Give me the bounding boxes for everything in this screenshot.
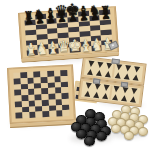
backgammon-point — [130, 96, 137, 103]
chess-piece-black-pawn: ♟ — [101, 10, 111, 21]
chess-piece-white-rook: ♜ — [26, 46, 37, 58]
checker-piece-white — [138, 127, 148, 136]
chess-piece-black-pawn: ♟ — [79, 12, 89, 23]
chess-piece-black-pawn: ♟ — [68, 13, 78, 24]
backgammon-point — [133, 66, 140, 73]
chess-piece-black-pawn: ♟ — [46, 14, 56, 25]
backgammon-point — [124, 65, 131, 72]
backgammon-point — [131, 88, 138, 95]
backgammon-point — [87, 69, 94, 76]
hinge-icon — [93, 78, 101, 84]
chess-piece-black-pawn: ♟ — [90, 11, 100, 22]
backgammon-point — [84, 90, 91, 97]
backgammon-point — [96, 70, 103, 77]
backgammon-point — [132, 74, 139, 81]
backgammon-point — [94, 84, 101, 91]
backgammon-point — [114, 72, 121, 79]
chess-piece-white-knight: ♞ — [91, 39, 104, 53]
backgammon-point — [112, 94, 119, 101]
chess-board: ♜♞♝♛♚♝♞♜♟♟♟♟♟♟♟♟♟♟♟♟♟♟♟♟♜♞♝♛♚♝♞♜ — [18, 6, 120, 73]
chess-piece-black-pawn: ♟ — [57, 13, 67, 24]
chess-piece-black-pawn: ♟ — [24, 16, 34, 27]
checkers-grid — [7, 65, 76, 124]
checker-piece-black — [84, 136, 95, 146]
checkers-board — [7, 65, 76, 128]
backgammon-point — [123, 73, 130, 80]
hinge-icon — [121, 82, 129, 88]
chess-piece-black-pawn: ♟ — [35, 15, 45, 26]
backgammon-point — [113, 86, 120, 93]
backgammon-point — [85, 82, 92, 89]
backgammon-point — [122, 87, 129, 94]
chess-pieces-layer: ♜♞♝♛♚♝♞♜♟♟♟♟♟♟♟♟♟♟♟♟♟♟♟♟♜♞♝♛♚♝♞♜ — [18, 6, 120, 73]
white-checkers-pile — [106, 103, 150, 141]
checker-piece-white — [124, 131, 134, 140]
backgammon-point — [93, 91, 100, 98]
product-photo: ♜♞♝♛♚♝♞♜♟♟♟♟♟♟♟♟♟♟♟♟♟♟♟♟♜♞♝♛♚♝♞♜ — [0, 0, 150, 150]
backgammon-point — [121, 95, 128, 102]
